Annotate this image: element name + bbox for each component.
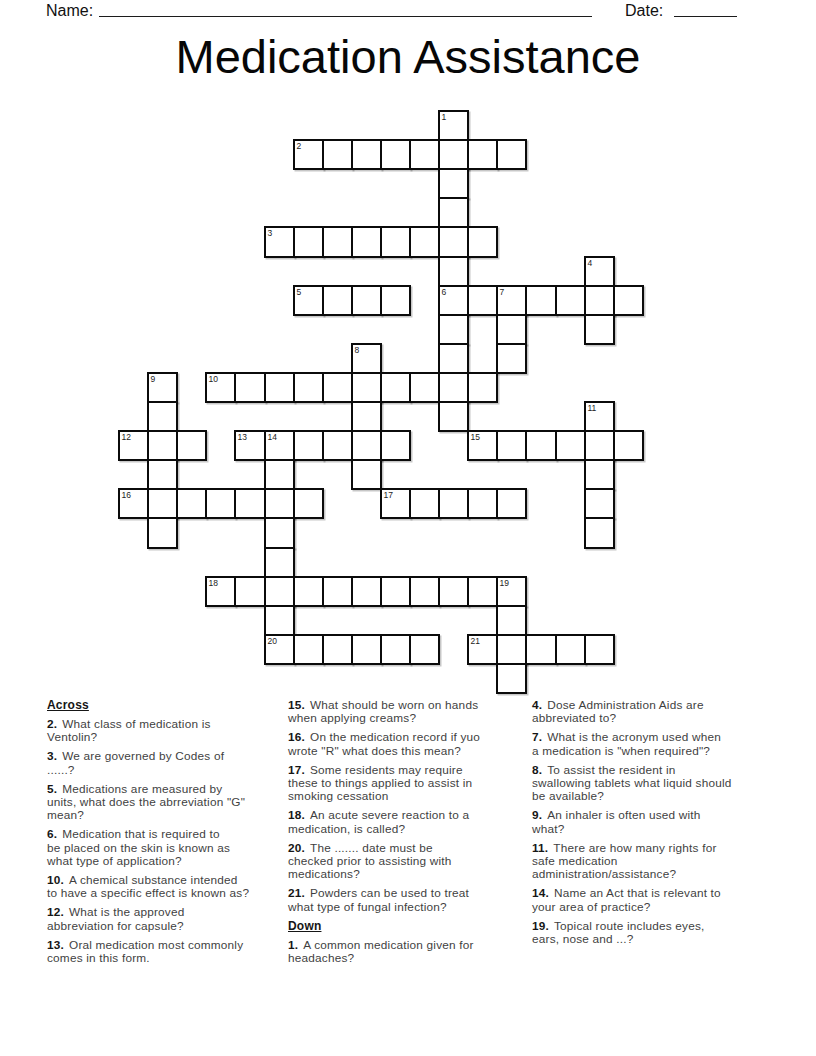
- clue-number: 1.: [288, 938, 298, 952]
- grid-cell[interactable]: [351, 430, 382, 461]
- grid-cell[interactable]: [351, 459, 382, 490]
- clue-number: 8.: [532, 763, 542, 777]
- grid-cell[interactable]: 18: [205, 576, 236, 607]
- clue-text: An acute severe reaction to a medication…: [288, 808, 469, 835]
- grid-cell[interactable]: [525, 634, 557, 665]
- grid-cell[interactable]: [264, 517, 295, 549]
- clue-across-2: 2.What class of medication is Ventolin?: [47, 718, 291, 745]
- cell-number: 18: [209, 578, 218, 588]
- grid-cell[interactable]: [322, 139, 353, 170]
- clue-number: 3.: [47, 749, 57, 763]
- grid-cell[interactable]: [322, 430, 353, 461]
- grid-cell[interactable]: [351, 576, 382, 607]
- clue-text: What is the approved abbreviation for ca…: [47, 905, 184, 932]
- clue-across-18: 18.An acute severe reaction to a medicat…: [288, 809, 532, 836]
- grid-cell[interactable]: [555, 285, 586, 316]
- clue-text: Medications are measured by units, what …: [47, 782, 245, 823]
- grid-cell[interactable]: [613, 285, 644, 316]
- clue-across-6: 6.Medication that is required to be plac…: [47, 828, 291, 868]
- clue-text: Powders can be used to treat what type o…: [288, 886, 469, 913]
- grid-cell[interactable]: 10: [205, 372, 236, 403]
- grid-cell[interactable]: [351, 372, 382, 403]
- cell-number: 5: [297, 287, 302, 297]
- grid-cell[interactable]: [380, 372, 411, 403]
- crossword-grid: 123456789101112131415161718192021: [118, 110, 646, 696]
- clue-across-20: 20.The ....... date must be checked prio…: [288, 842, 532, 882]
- clue-across-13: 13.Oral medication most commonly comes i…: [47, 939, 291, 966]
- across-heading: Across: [47, 699, 291, 712]
- grid-cell[interactable]: [409, 576, 440, 607]
- grid-cell[interactable]: [584, 488, 615, 519]
- grid-cell[interactable]: 16: [118, 488, 149, 519]
- grid-cell[interactable]: [293, 430, 324, 461]
- clue-number: 7.: [532, 730, 542, 744]
- grid-cell[interactable]: [496, 488, 527, 519]
- grid-cell[interactable]: [380, 285, 411, 316]
- grid-cell[interactable]: [409, 226, 440, 258]
- grid-cell[interactable]: 1: [438, 110, 469, 141]
- grid-cell[interactable]: [234, 488, 266, 519]
- grid-cell[interactable]: 14: [264, 430, 295, 461]
- down-heading: Down: [288, 920, 532, 933]
- clue-number: 12.: [47, 905, 64, 919]
- grid-cell[interactable]: [264, 459, 295, 490]
- worksheet-page: { "game": "crossword", "title": "Medicat…: [0, 0, 816, 1056]
- grid-cell[interactable]: 6: [438, 285, 469, 316]
- grid-cell[interactable]: [496, 430, 527, 461]
- grid-cell[interactable]: [409, 634, 440, 665]
- grid-cell[interactable]: 12: [118, 430, 149, 461]
- grid-cell[interactable]: [293, 576, 324, 607]
- clue-down-4: 4.Dose Administration Aids are abbreviat…: [532, 699, 788, 726]
- clue-number: 2.: [47, 717, 57, 731]
- grid-cell[interactable]: [584, 314, 615, 345]
- grid-cell[interactable]: [322, 372, 353, 403]
- grid-cell[interactable]: [584, 285, 615, 316]
- clue-down-14: 14.Name an Act that is relevant to your …: [532, 887, 788, 914]
- grid-cell[interactable]: [467, 226, 498, 258]
- grid-cell[interactable]: [584, 459, 615, 490]
- grid-cell[interactable]: [496, 139, 527, 170]
- grid-cell[interactable]: [409, 139, 440, 170]
- grid-cell[interactable]: [467, 285, 498, 316]
- date-label: Date:: [625, 2, 663, 20]
- cell-number: 6: [442, 287, 447, 297]
- grid-cell[interactable]: [409, 488, 440, 519]
- grid-cell[interactable]: [438, 256, 469, 287]
- grid-cell[interactable]: [205, 488, 236, 519]
- grid-cell[interactable]: [496, 343, 527, 374]
- grid-cell[interactable]: [176, 488, 207, 519]
- clue-text: There are how many rights for safe medic…: [532, 841, 717, 882]
- clue-number: 4.: [532, 698, 542, 712]
- grid-cell[interactable]: [496, 605, 527, 636]
- clue-across-17: 17.Some residents may require these to t…: [288, 764, 532, 804]
- clue-number: 18.: [288, 808, 305, 822]
- clue-column-down: 4.Dose Administration Aids are abbreviat…: [532, 699, 788, 952]
- grid-cell[interactable]: [322, 634, 353, 665]
- grid-cell[interactable]: [322, 226, 353, 258]
- grid-cell[interactable]: [438, 226, 469, 258]
- clue-column-across: Across2.What class of medication is Vent…: [47, 699, 291, 971]
- clue-number: 17.: [288, 763, 305, 777]
- grid-cell[interactable]: 21: [467, 634, 498, 665]
- grid-cell[interactable]: [293, 488, 324, 519]
- clue-across-21: 21.Powders can be used to treat what typ…: [288, 887, 532, 914]
- grid-cell[interactable]: 4: [584, 256, 615, 287]
- clue-number: 19.: [532, 919, 549, 933]
- clue-number: 15.: [288, 698, 305, 712]
- grid-cell[interactable]: 5: [293, 285, 324, 316]
- grid-cell[interactable]: 9: [147, 372, 178, 403]
- grid-cell[interactable]: 17: [380, 488, 411, 519]
- clue-number: 16.: [288, 730, 305, 744]
- grid-cell[interactable]: [438, 314, 469, 345]
- grid-cell[interactable]: [555, 430, 586, 461]
- clue-across-15: 15.What should be worn on hands when app…: [288, 699, 532, 726]
- clue-down-11: 11.There are how many rights for safe me…: [532, 842, 788, 882]
- cell-number: 9: [151, 374, 156, 384]
- puzzle-title: Medication Assistance: [0, 31, 816, 83]
- cell-number: 4: [588, 258, 593, 268]
- clue-across-10: 10.A chemical substance intended to have…: [47, 874, 291, 901]
- cell-number: 7: [500, 287, 505, 297]
- grid-cell[interactable]: [293, 226, 324, 258]
- clue-text: Dose Administration Aids are abbreviated…: [532, 698, 704, 725]
- cell-number: 20: [268, 636, 277, 646]
- grid-cell[interactable]: [438, 488, 469, 519]
- clue-text: Some residents may require these to thin…: [288, 763, 472, 804]
- grid-cell[interactable]: 2: [293, 139, 324, 170]
- cell-number: 13: [238, 432, 247, 442]
- grid-cell[interactable]: [234, 576, 266, 607]
- grid-cell[interactable]: [467, 576, 498, 607]
- grid-cell[interactable]: [234, 372, 266, 403]
- grid-cell[interactable]: [555, 634, 586, 665]
- grid-cell[interactable]: [351, 285, 382, 316]
- clue-down-8: 8.To assist the resident in swallowing t…: [532, 764, 788, 804]
- name-input-line[interactable]: [99, 1, 592, 17]
- grid-cell[interactable]: [438, 401, 469, 432]
- grid-cell[interactable]: [380, 139, 411, 170]
- grid-cell[interactable]: [584, 517, 615, 549]
- grid-cell[interactable]: [147, 517, 178, 549]
- grid-cell[interactable]: [351, 139, 382, 170]
- cell-number: 8: [355, 345, 360, 355]
- grid-cell[interactable]: [438, 197, 469, 228]
- grid-cell[interactable]: [584, 634, 615, 665]
- grid-cell[interactable]: [147, 430, 178, 461]
- cell-number: 16: [122, 490, 131, 500]
- grid-cell[interactable]: [525, 285, 557, 316]
- clue-text: On the medication record if yuo wrote "R…: [288, 730, 480, 757]
- grid-cell[interactable]: [496, 663, 527, 694]
- grid-cell[interactable]: 15: [467, 430, 498, 461]
- grid-cell[interactable]: [147, 401, 178, 432]
- grid-cell[interactable]: [322, 285, 353, 316]
- clue-text: A common medication given for headaches?: [288, 938, 474, 965]
- clue-text: The ....... date must be checked prior t…: [288, 841, 452, 882]
- clue-text: What should be worn on hands when applyi…: [288, 698, 478, 725]
- cell-number: 11: [588, 403, 597, 413]
- clue-across-16: 16.On the medication record if yuo wrote…: [288, 731, 532, 758]
- clue-text: Name an Act that is relevant to your are…: [532, 886, 721, 913]
- cell-number: 14: [268, 432, 277, 442]
- clue-number: 10.: [47, 873, 64, 887]
- clue-across-3: 3.We are governed by Codes of ......?: [47, 750, 291, 777]
- clue-column-middle: 15.What should be worn on hands when app…: [288, 699, 532, 971]
- clue-text: Topical route includes eyes, ears, nose …: [532, 919, 705, 946]
- grid-cell[interactable]: [496, 314, 527, 345]
- grid-cell[interactable]: [467, 372, 498, 403]
- clue-down-7: 7.What is the acronym used when a medica…: [532, 731, 788, 758]
- grid-cell[interactable]: [525, 430, 557, 461]
- grid-cell[interactable]: 8: [351, 343, 382, 374]
- cell-number: 2: [297, 141, 302, 151]
- grid-cell[interactable]: [264, 576, 295, 607]
- grid-cell[interactable]: [264, 547, 295, 578]
- grid-cell[interactable]: [322, 576, 353, 607]
- cell-number: 10: [209, 374, 218, 384]
- clue-number: 5.: [47, 782, 57, 796]
- grid-cell[interactable]: [380, 576, 411, 607]
- grid-cell[interactable]: [380, 430, 411, 461]
- cell-number: 17: [384, 490, 393, 500]
- grid-cell[interactable]: 11: [584, 401, 615, 432]
- cell-number: 1: [442, 112, 447, 122]
- grid-cell[interactable]: [264, 488, 295, 519]
- grid-cell[interactable]: [380, 226, 411, 258]
- grid-cell[interactable]: [264, 605, 295, 636]
- grid-cell[interactable]: [438, 372, 469, 403]
- grid-cell[interactable]: 7: [496, 285, 527, 316]
- clue-text: To assist the resident in swallowing tab…: [532, 763, 732, 804]
- clue-number: 6.: [47, 827, 57, 841]
- clue-number: 20.: [288, 841, 305, 855]
- clue-text: A chemical substance intended to have a …: [47, 873, 249, 900]
- clue-number: 9.: [532, 808, 542, 822]
- grid-cell[interactable]: [584, 430, 615, 461]
- grid-cell[interactable]: [438, 343, 469, 374]
- grid-cell[interactable]: 19: [496, 576, 527, 607]
- clue-text: We are governed by Codes of ......?: [47, 749, 224, 776]
- grid-cell[interactable]: [351, 401, 382, 432]
- grid-cell[interactable]: [409, 372, 440, 403]
- clue-number: 21.: [288, 886, 305, 900]
- grid-cell[interactable]: [467, 139, 498, 170]
- grid-cell[interactable]: [147, 459, 178, 490]
- grid-cell[interactable]: 13: [234, 430, 266, 461]
- grid-cell[interactable]: [467, 488, 498, 519]
- clue-text: An inhaler is often used with what?: [532, 808, 701, 835]
- grid-cell[interactable]: [438, 168, 469, 199]
- clue-number: 11.: [532, 841, 548, 855]
- clue-down-9: 9.An inhaler is often used with what?: [532, 809, 788, 836]
- grid-cell[interactable]: 20: [264, 634, 295, 665]
- grid-cell[interactable]: [351, 634, 382, 665]
- clue-text: What class of medication is Ventolin?: [47, 717, 211, 744]
- grid-cell[interactable]: [264, 372, 295, 403]
- clue-number: 13.: [47, 938, 64, 952]
- cell-number: 3: [268, 228, 273, 238]
- grid-cell[interactable]: [438, 576, 469, 607]
- cell-number: 19: [500, 578, 509, 588]
- grid-cell[interactable]: [176, 430, 207, 461]
- clue-down-1: 1.A common medication given for headache…: [288, 939, 532, 966]
- date-input-line[interactable]: [674, 1, 737, 17]
- clue-text: What is the acronym used when a medicati…: [532, 730, 721, 757]
- grid-cell[interactable]: 3: [264, 226, 295, 258]
- cell-number: 15: [471, 432, 480, 442]
- grid-cell[interactable]: [293, 634, 324, 665]
- clue-text: Medication that is required to be placed…: [47, 827, 230, 868]
- clue-across-12: 12.What is the approved abbreviation for…: [47, 906, 291, 933]
- grid-cell[interactable]: [438, 139, 469, 170]
- grid-cell[interactable]: [293, 372, 324, 403]
- grid-cell[interactable]: [351, 226, 382, 258]
- name-label: Name:: [46, 2, 93, 20]
- cell-number: 12: [122, 432, 131, 442]
- grid-cell[interactable]: [613, 430, 644, 461]
- clue-down-19: 19.Topical route includes eyes, ears, no…: [532, 920, 788, 947]
- grid-cell[interactable]: [380, 634, 411, 665]
- clue-across-5: 5.Medications are measured by units, wha…: [47, 783, 291, 823]
- grid-cell[interactable]: [147, 488, 178, 519]
- clue-text: Oral medication most commonly comes in t…: [47, 938, 243, 965]
- cell-number: 21: [471, 636, 480, 646]
- clue-number: 14.: [532, 886, 549, 900]
- grid-cell[interactable]: [496, 634, 527, 665]
